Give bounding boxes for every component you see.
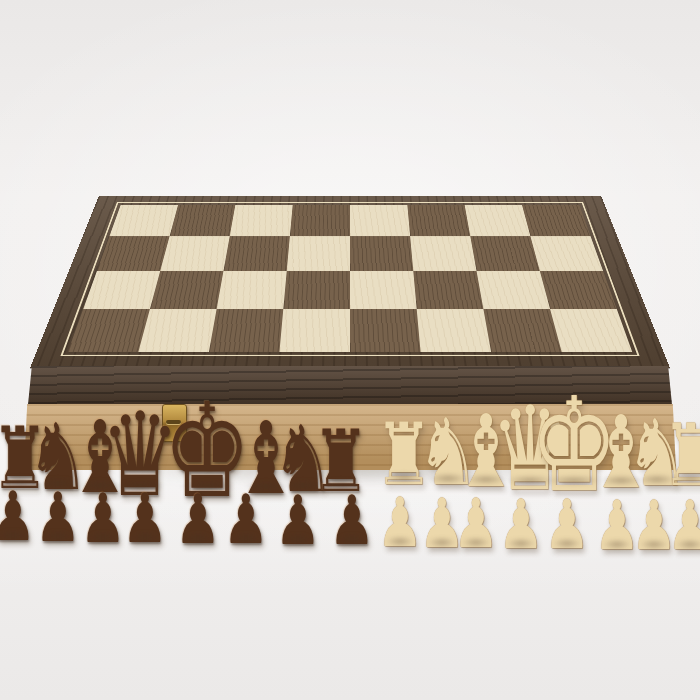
square-r1c7	[530, 236, 603, 271]
square-r1c3	[287, 236, 350, 271]
square-r3c1	[138, 309, 216, 352]
square-r1c4	[350, 236, 413, 271]
square-r2c7	[540, 271, 617, 309]
board-inlay-line	[60, 202, 639, 356]
square-r0c1	[170, 205, 236, 236]
square-r2c2	[217, 271, 287, 309]
square-r0c2	[230, 205, 293, 236]
square-r2c6	[477, 271, 551, 309]
square-r0c4	[350, 205, 410, 236]
brass-latch	[162, 404, 187, 442]
square-r1c2	[223, 236, 289, 271]
chess-set-photo: ♜♞♝♛♚♝♞♜♜♞♝♛♚♝♞♜♟♟♟♟♟♟♟♟♟♟♟♟♟♟♟♟	[0, 0, 700, 700]
square-r3c6	[483, 309, 561, 352]
square-r3c2	[209, 309, 283, 352]
chess-board-top	[30, 196, 670, 368]
square-r3c4	[350, 309, 421, 352]
square-r2c0	[83, 271, 160, 309]
square-r2c1	[150, 271, 224, 309]
box-front-lightwood-side	[24, 404, 676, 470]
square-r1c0	[97, 236, 170, 271]
square-r3c3	[279, 309, 350, 352]
board-grid	[68, 205, 633, 352]
square-r0c0	[109, 205, 178, 236]
box-front-walnut-edge	[28, 366, 672, 405]
square-r0c6	[465, 205, 531, 236]
square-r1c5	[410, 236, 476, 271]
square-r2c4	[350, 271, 417, 309]
square-r0c5	[407, 205, 470, 236]
square-r3c5	[417, 309, 491, 352]
square-r2c5	[413, 271, 483, 309]
square-r1c6	[470, 236, 539, 271]
square-r0c3	[290, 205, 350, 236]
square-r2c3	[283, 271, 350, 309]
square-r3c0	[68, 309, 150, 352]
board-frame	[30, 196, 670, 368]
square-r0c7	[522, 205, 591, 236]
square-r1c1	[160, 236, 229, 271]
square-r3c7	[550, 309, 632, 352]
